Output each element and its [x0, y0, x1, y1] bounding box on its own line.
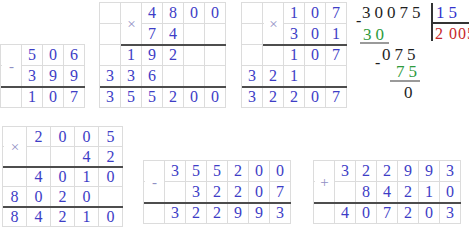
- grid-digit-cell: 0: [305, 45, 325, 65]
- grid-digit-cell: 2: [228, 161, 248, 181]
- grid-digit-cell: 7: [270, 182, 290, 202]
- grid-digit-cell: 3: [165, 203, 185, 223]
- grid-digit-cell: 3: [284, 24, 304, 44]
- grid-digit-cell: 0: [419, 203, 439, 223]
- division-final-remainder: 0: [404, 84, 417, 101]
- grid-empty-cell: [144, 203, 164, 223]
- multiplication-block-4800x74: 480074192336355200×: [99, 2, 226, 108]
- grid-digit-cell: 5: [186, 161, 206, 181]
- grid-digit-cell: 3: [100, 66, 120, 86]
- times-operator: ×: [122, 14, 141, 35]
- grid-digit-cell: 4: [27, 207, 50, 226]
- grid-empty-cell: [1, 87, 21, 107]
- grid-digit-cell: 0: [305, 87, 325, 107]
- grid-digit-cell: 0: [184, 3, 204, 23]
- grid-digit-cell: 8: [356, 182, 376, 202]
- grid-digit-cell: 8: [163, 3, 183, 23]
- division-quotient: 2 005: [435, 26, 469, 42]
- grid-digit-cell: 2: [263, 66, 283, 86]
- times-operator: ×: [4, 137, 26, 157]
- grid-digit-cell: 9: [64, 66, 84, 86]
- grid-digit-cell: 7: [326, 45, 346, 65]
- grid-digit-cell: 0: [75, 187, 98, 206]
- grid-empty-cell: [27, 147, 50, 166]
- grid-digit-cell: 3: [440, 161, 460, 181]
- grid-digit-cell: 1: [326, 24, 346, 44]
- grid-digit-cell: 3: [335, 161, 355, 181]
- grid-digit-cell: 7: [377, 203, 397, 223]
- grid-digit-cell: 1: [284, 3, 304, 23]
- grid-digit-cell: 2: [163, 45, 183, 65]
- grid-digit-cell: 7: [326, 87, 346, 107]
- grid-digit-cell: 6: [142, 66, 162, 86]
- grid-empty-cell: [326, 66, 346, 86]
- grid-digit-cell: 2: [284, 87, 304, 107]
- grid-empty-cell: [184, 66, 204, 86]
- grid-digit-cell: 3: [242, 66, 262, 86]
- grid-digit-cell: 7: [142, 24, 162, 44]
- grid-digit-cell: 0: [75, 127, 98, 146]
- plus-operator: +: [315, 172, 334, 193]
- sum-line: [3, 166, 123, 168]
- grid-digit-cell: 2: [51, 187, 74, 206]
- grid-empty-cell: [3, 167, 26, 186]
- grid-empty-cell: [205, 45, 225, 65]
- arithmetic-worksheet: 506399107- 480074192336355200× 107301107…: [0, 0, 469, 231]
- minus-operator: -: [2, 56, 21, 77]
- grid-empty-cell: [100, 45, 120, 65]
- grid-digit-cell: 2: [356, 161, 376, 181]
- long-division-block: - 30075 15 2 005 30 075 - 75 0: [352, 0, 469, 105]
- grid-digit-cell: 3: [165, 161, 185, 181]
- sum-line: [144, 202, 291, 204]
- grid-digit-cell: 2: [163, 87, 183, 107]
- grid-digit-cell: 4: [27, 167, 50, 186]
- grid-empty-cell: [184, 45, 204, 65]
- grid-digit-cell: 9: [419, 161, 439, 181]
- grid-digit-cell: 0: [440, 182, 460, 202]
- grid-empty-cell: [242, 3, 262, 23]
- grid-empty-cell: [100, 3, 120, 23]
- grid-digit-cell: 0: [249, 161, 269, 181]
- grid-digit-cell: 3: [440, 203, 460, 223]
- sum-line: [1, 86, 85, 88]
- sum-line: [242, 86, 347, 88]
- grid-digit-cell: 3: [100, 87, 120, 107]
- grid-empty-cell: [51, 147, 74, 166]
- division-step2-subtrahend: 75: [396, 63, 421, 80]
- grid-empty-cell: [205, 66, 225, 86]
- grid-digit-cell: 0: [205, 87, 225, 107]
- grid-digit-cell: 9: [249, 203, 269, 223]
- grid-digit-cell: 2: [27, 127, 50, 146]
- grid-digit-cell: 2: [99, 147, 122, 166]
- grid-digit-cell: 0: [99, 207, 122, 226]
- grid-digit-cell: 0: [205, 3, 225, 23]
- grid-empty-cell: [163, 66, 183, 86]
- division-remainder1: 075: [382, 46, 420, 63]
- grid-empty-cell: [100, 24, 120, 44]
- sum-line: [263, 44, 347, 46]
- grid-digit-cell: 6: [64, 45, 84, 65]
- grid-digit-cell: 2: [207, 182, 227, 202]
- grid-digit-cell: 5: [99, 127, 122, 146]
- grid-digit-cell: 1: [419, 182, 439, 202]
- grid-digit-cell: 2: [398, 182, 418, 202]
- grid-digit-cell: 0: [99, 167, 122, 186]
- sum-line: [121, 44, 226, 46]
- grid-digit-cell: 1: [121, 45, 141, 65]
- grid-digit-cell: 0: [51, 127, 74, 146]
- grid-empty-cell: [242, 45, 262, 65]
- grid-digit-cell: 0: [43, 45, 63, 65]
- grid-empty-cell: [263, 45, 283, 65]
- grid-digit-cell: 3: [270, 203, 290, 223]
- multiplication-block-2005x42: 2005424010802084210×: [2, 126, 123, 227]
- sum-line: [100, 86, 226, 88]
- grid-digit-cell: 3: [242, 87, 262, 107]
- subtraction-block-506-399: 506399107-: [0, 44, 85, 108]
- grid-digit-cell: 3: [186, 182, 206, 202]
- multiplication-block-107x301: 10730110732132207×: [241, 2, 347, 108]
- grid-digit-cell: 1: [284, 45, 304, 65]
- grid-digit-cell: 2: [228, 182, 248, 202]
- grid-digit-cell: 9: [43, 66, 63, 86]
- grid-digit-cell: 1: [75, 167, 98, 186]
- division-step2-underline: [390, 80, 420, 82]
- grid-empty-cell: [314, 203, 334, 223]
- grid-digit-cell: 9: [142, 45, 162, 65]
- grid-empty-cell: [184, 24, 204, 44]
- grid-digit-cell: 2: [207, 203, 227, 223]
- grid-digit-cell: 5: [142, 87, 162, 107]
- division-step1-subtrahend: 30: [363, 26, 388, 43]
- grid-empty-cell: [99, 187, 122, 206]
- grid-digit-cell: 2: [186, 203, 206, 223]
- grid-digit-cell: 0: [184, 87, 204, 107]
- grid-empty-cell: [165, 182, 185, 202]
- division-minus-sign-1: -: [356, 13, 361, 29]
- grid-digit-cell: 1: [75, 207, 98, 226]
- grid-digit-cell: 3: [22, 66, 42, 86]
- grid-digit-cell: 0: [270, 161, 290, 181]
- subtraction-block-355200-32207: 35520032207322993-: [143, 160, 291, 224]
- times-operator: ×: [264, 14, 283, 35]
- grid-digit-cell: 9: [228, 203, 248, 223]
- grid-digit-cell: 0: [27, 187, 50, 206]
- grid-digit-cell: 2: [51, 207, 74, 226]
- grid-digit-cell: 4: [75, 147, 98, 166]
- grid-digit-cell: 0: [356, 203, 376, 223]
- grid-digit-cell: 1: [284, 66, 304, 86]
- division-dividend: 30075: [362, 4, 425, 21]
- grid-digit-cell: 7: [64, 87, 84, 107]
- grid-digit-cell: 4: [163, 24, 183, 44]
- sum-line: [3, 206, 123, 208]
- division-divisor: 15: [436, 4, 461, 21]
- grid-digit-cell: 2: [263, 87, 283, 107]
- grid-digit-cell: 7: [326, 3, 346, 23]
- grid-digit-cell: 2: [398, 203, 418, 223]
- division-minus-sign-2: -: [375, 55, 380, 71]
- grid-digit-cell: 9: [398, 161, 418, 181]
- grid-digit-cell: 0: [51, 167, 74, 186]
- division-quotient-line: [431, 22, 469, 24]
- grid-digit-cell: 4: [377, 182, 397, 202]
- grid-empty-cell: [305, 66, 325, 86]
- grid-digit-cell: 5: [121, 87, 141, 107]
- grid-empty-cell: [335, 182, 355, 202]
- grid-empty-cell: [242, 24, 262, 44]
- grid-digit-cell: 2: [377, 161, 397, 181]
- grid-digit-cell: 0: [305, 3, 325, 23]
- grid-digit-cell: 4: [335, 203, 355, 223]
- sum-line: [314, 202, 461, 204]
- division-step1-underline: [360, 42, 389, 44]
- grid-digit-cell: 0: [305, 24, 325, 44]
- grid-digit-cell: 8: [3, 207, 26, 226]
- grid-digit-cell: 5: [22, 45, 42, 65]
- addition-block-322993-84210: 32299384210407203+: [313, 160, 461, 224]
- grid-digit-cell: 4: [142, 3, 162, 23]
- minus-operator: -: [145, 172, 164, 193]
- grid-empty-cell: [205, 24, 225, 44]
- grid-digit-cell: 0: [43, 87, 63, 107]
- grid-digit-cell: 5: [207, 161, 227, 181]
- grid-digit-cell: 0: [249, 182, 269, 202]
- grid-digit-cell: 8: [3, 187, 26, 206]
- grid-digit-cell: 1: [22, 87, 42, 107]
- grid-digit-cell: 3: [121, 66, 141, 86]
